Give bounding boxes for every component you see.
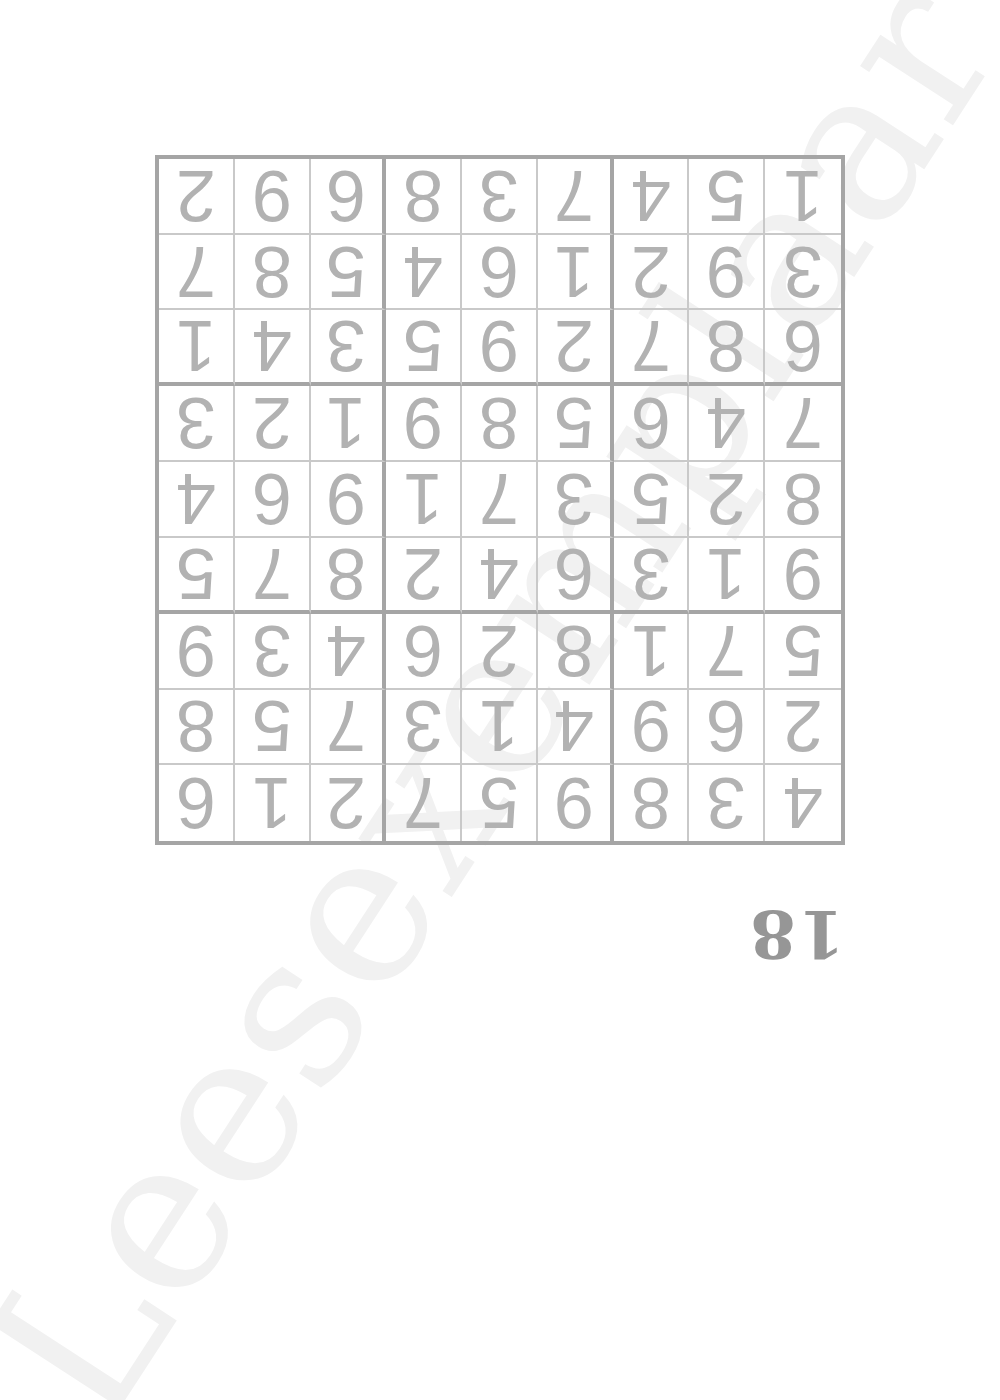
sudoku-cell-r7c7: 1 xyxy=(614,614,690,690)
sudoku-cell-r5c3: 9 xyxy=(311,462,387,538)
sudoku-cell-r5c4: 1 xyxy=(386,462,462,538)
cell-digit: 8 xyxy=(326,538,366,610)
sudoku-cell-r6c4: 2 xyxy=(386,538,462,614)
cell-digit: 9 xyxy=(783,538,823,610)
sudoku-board: 2968374517854612931435927863219856474691… xyxy=(155,155,845,845)
cell-digit: 4 xyxy=(176,463,216,535)
cell-digit: 1 xyxy=(631,615,671,687)
sudoku-cell-r5c6: 3 xyxy=(538,462,614,538)
cell-digit: 7 xyxy=(403,767,443,839)
sudoku-cell-r9c3: 2 xyxy=(311,765,387,841)
sudoku-cell-r3c3: 3 xyxy=(311,310,387,386)
page-number: 18 xyxy=(747,901,845,967)
sudoku-cell-r4c9: 7 xyxy=(765,386,841,462)
cell-digit: 3 xyxy=(403,690,443,762)
cell-digit: 3 xyxy=(252,615,292,687)
cell-digit: 6 xyxy=(252,463,292,535)
sudoku-cell-r3c9: 6 xyxy=(765,310,841,386)
sudoku-cell-r1c2: 9 xyxy=(235,159,311,235)
cell-digit: 8 xyxy=(631,767,671,839)
sudoku-cell-r4c2: 2 xyxy=(235,386,311,462)
sudoku-cell-r2c9: 3 xyxy=(765,235,841,311)
cell-digit: 8 xyxy=(479,387,519,459)
cell-digit: 2 xyxy=(479,615,519,687)
sudoku-cell-r9c4: 7 xyxy=(386,765,462,841)
sudoku-cell-r1c4: 8 xyxy=(386,159,462,235)
sudoku-cell-r8c5: 1 xyxy=(462,690,538,766)
cell-digit: 9 xyxy=(631,690,671,762)
sudoku-cell-r7c6: 8 xyxy=(538,614,614,690)
sudoku-cell-r9c8: 3 xyxy=(689,765,765,841)
cell-digit: 6 xyxy=(326,160,366,232)
cell-digit: 9 xyxy=(706,236,746,308)
cell-digit: 4 xyxy=(706,387,746,459)
cell-digit: 6 xyxy=(403,615,443,687)
sudoku-cell-r5c2: 6 xyxy=(235,462,311,538)
cell-digit: 3 xyxy=(176,387,216,459)
sudoku-cell-r2c3: 5 xyxy=(311,235,387,311)
sudoku-cell-r2c4: 4 xyxy=(386,235,462,311)
sudoku-cell-r8c4: 3 xyxy=(386,690,462,766)
cell-digit: 2 xyxy=(783,690,823,762)
sudoku-cell-r7c5: 2 xyxy=(462,614,538,690)
sudoku-cell-r6c6: 6 xyxy=(538,538,614,614)
cell-digit: 7 xyxy=(554,160,594,232)
cell-digit: 5 xyxy=(783,615,823,687)
cell-digit: 5 xyxy=(554,387,594,459)
cell-digit: 6 xyxy=(631,387,671,459)
sudoku-cell-r3c4: 5 xyxy=(386,310,462,386)
cell-digit: 7 xyxy=(783,387,823,459)
cell-digit: 5 xyxy=(403,310,443,382)
cell-digit: 1 xyxy=(252,767,292,839)
cell-digit: 8 xyxy=(176,690,216,762)
sudoku-cell-r3c1: 1 xyxy=(159,310,235,386)
sudoku-cell-r7c2: 3 xyxy=(235,614,311,690)
cell-digit: 1 xyxy=(783,160,823,232)
cell-digit: 4 xyxy=(783,767,823,839)
sudoku-cell-r8c3: 7 xyxy=(311,690,387,766)
cell-digit: 5 xyxy=(479,767,519,839)
cell-digit: 4 xyxy=(326,615,366,687)
cell-digit: 2 xyxy=(326,767,366,839)
cell-digit: 5 xyxy=(631,463,671,535)
sudoku-cell-r8c7: 9 xyxy=(614,690,690,766)
sudoku-cell-r1c5: 3 xyxy=(462,159,538,235)
cell-digit: 5 xyxy=(176,538,216,610)
cell-digit: 9 xyxy=(479,310,519,382)
sudoku-cell-r4c1: 3 xyxy=(159,386,235,462)
cell-digit: 9 xyxy=(326,463,366,535)
cell-digit: 2 xyxy=(403,538,443,610)
sudoku-cell-r6c3: 8 xyxy=(311,538,387,614)
sudoku-cell-r1c6: 7 xyxy=(538,159,614,235)
sudoku-cell-r7c1: 9 xyxy=(159,614,235,690)
sudoku-cell-r4c5: 8 xyxy=(462,386,538,462)
cell-digit: 7 xyxy=(631,310,671,382)
cell-digit: 7 xyxy=(252,538,292,610)
cell-digit: 8 xyxy=(252,236,292,308)
sudoku-cell-r9c5: 5 xyxy=(462,765,538,841)
sudoku-cell-r4c8: 4 xyxy=(689,386,765,462)
sudoku-cell-r3c2: 4 xyxy=(235,310,311,386)
sudoku-cell-r8c1: 8 xyxy=(159,690,235,766)
sudoku-cell-r4c3: 1 xyxy=(311,386,387,462)
sudoku-cell-r4c6: 5 xyxy=(538,386,614,462)
sudoku-cell-r5c1: 4 xyxy=(159,462,235,538)
cell-digit: 5 xyxy=(252,690,292,762)
cell-digit: 6 xyxy=(706,690,746,762)
cell-digit: 8 xyxy=(554,615,594,687)
cell-digit: 2 xyxy=(706,463,746,535)
cell-digit: 6 xyxy=(479,236,519,308)
sudoku-cell-r4c7: 6 xyxy=(614,386,690,462)
sudoku-cell-r9c2: 1 xyxy=(235,765,311,841)
cell-digit: 1 xyxy=(479,690,519,762)
sudoku-cell-r2c8: 9 xyxy=(689,235,765,311)
sudoku-cell-r1c7: 4 xyxy=(614,159,690,235)
cell-digit: 9 xyxy=(176,615,216,687)
cell-digit: 2 xyxy=(252,387,292,459)
cell-digit: 7 xyxy=(176,236,216,308)
cell-digit: 2 xyxy=(554,310,594,382)
cell-digit: 9 xyxy=(252,160,292,232)
sudoku-cell-r2c2: 8 xyxy=(235,235,311,311)
cell-digit: 2 xyxy=(176,160,216,232)
cell-digit: 9 xyxy=(403,387,443,459)
printed-sudoku-page: Leesexemplaar 29683745178546129314359278… xyxy=(0,0,1000,1400)
cell-digit: 3 xyxy=(706,767,746,839)
sudoku-cell-r5c8: 2 xyxy=(689,462,765,538)
sudoku-cell-r2c6: 1 xyxy=(538,235,614,311)
sudoku-cell-r9c7: 8 xyxy=(614,765,690,841)
cell-digit: 3 xyxy=(326,310,366,382)
cell-digit: 3 xyxy=(554,463,594,535)
sudoku-cell-r1c1: 2 xyxy=(159,159,235,235)
sudoku-cell-r5c5: 7 xyxy=(462,462,538,538)
cell-digit: 6 xyxy=(783,310,823,382)
cell-digit: 3 xyxy=(783,236,823,308)
cell-digit: 4 xyxy=(631,160,671,232)
sudoku-cell-r3c8: 8 xyxy=(689,310,765,386)
cell-digit: 4 xyxy=(252,310,292,382)
sudoku-cell-r5c7: 5 xyxy=(614,462,690,538)
sudoku-cell-r6c8: 1 xyxy=(689,538,765,614)
cell-digit: 9 xyxy=(554,767,594,839)
sudoku-cell-r8c9: 2 xyxy=(765,690,841,766)
sudoku-cell-r2c1: 7 xyxy=(159,235,235,311)
sudoku-cell-r6c1: 5 xyxy=(159,538,235,614)
cell-digit: 3 xyxy=(479,160,519,232)
cell-digit: 6 xyxy=(176,767,216,839)
cell-digit: 8 xyxy=(706,310,746,382)
sudoku-cell-r7c9: 5 xyxy=(765,614,841,690)
sudoku-cell-r9c1: 6 xyxy=(159,765,235,841)
sudoku-cell-r8c6: 4 xyxy=(538,690,614,766)
sudoku-cell-r4c4: 9 xyxy=(386,386,462,462)
sudoku-cell-r5c9: 8 xyxy=(765,462,841,538)
cell-digit: 5 xyxy=(326,236,366,308)
cell-digit: 1 xyxy=(326,387,366,459)
cell-digit: 2 xyxy=(631,236,671,308)
cell-digit: 7 xyxy=(479,463,519,535)
cell-digit: 1 xyxy=(554,236,594,308)
cell-digit: 4 xyxy=(554,690,594,762)
sudoku-cell-r1c8: 5 xyxy=(689,159,765,235)
sudoku-cell-r2c7: 2 xyxy=(614,235,690,311)
sudoku-cell-r6c7: 3 xyxy=(614,538,690,614)
cell-digit: 5 xyxy=(706,160,746,232)
sudoku-cell-r6c5: 4 xyxy=(462,538,538,614)
sudoku-cell-r1c3: 6 xyxy=(311,159,387,235)
cell-digit: 8 xyxy=(403,160,443,232)
sudoku-cell-r8c2: 5 xyxy=(235,690,311,766)
sudoku-cell-r7c8: 7 xyxy=(689,614,765,690)
sudoku-cell-r3c5: 9 xyxy=(462,310,538,386)
cell-digit: 3 xyxy=(631,538,671,610)
cell-digit: 1 xyxy=(706,538,746,610)
sudoku-cell-r1c9: 1 xyxy=(765,159,841,235)
cell-digit: 1 xyxy=(176,310,216,382)
sudoku-cell-r8c8: 6 xyxy=(689,690,765,766)
sudoku-cell-r7c3: 4 xyxy=(311,614,387,690)
sudoku-cell-r3c7: 7 xyxy=(614,310,690,386)
cell-digit: 7 xyxy=(326,690,366,762)
sudoku-cell-r9c9: 4 xyxy=(765,765,841,841)
sudoku-cell-r3c6: 2 xyxy=(538,310,614,386)
sudoku-cell-r9c6: 9 xyxy=(538,765,614,841)
cell-digit: 7 xyxy=(706,615,746,687)
cell-digit: 4 xyxy=(403,236,443,308)
cell-digit: 6 xyxy=(554,538,594,610)
cell-digit: 8 xyxy=(783,463,823,535)
sudoku-cell-r6c2: 7 xyxy=(235,538,311,614)
sudoku-cell-r7c4: 6 xyxy=(386,614,462,690)
sudoku-cell-r6c9: 9 xyxy=(765,538,841,614)
cell-digit: 1 xyxy=(403,463,443,535)
sudoku-cell-r2c5: 6 xyxy=(462,235,538,311)
cell-digit: 4 xyxy=(479,538,519,610)
